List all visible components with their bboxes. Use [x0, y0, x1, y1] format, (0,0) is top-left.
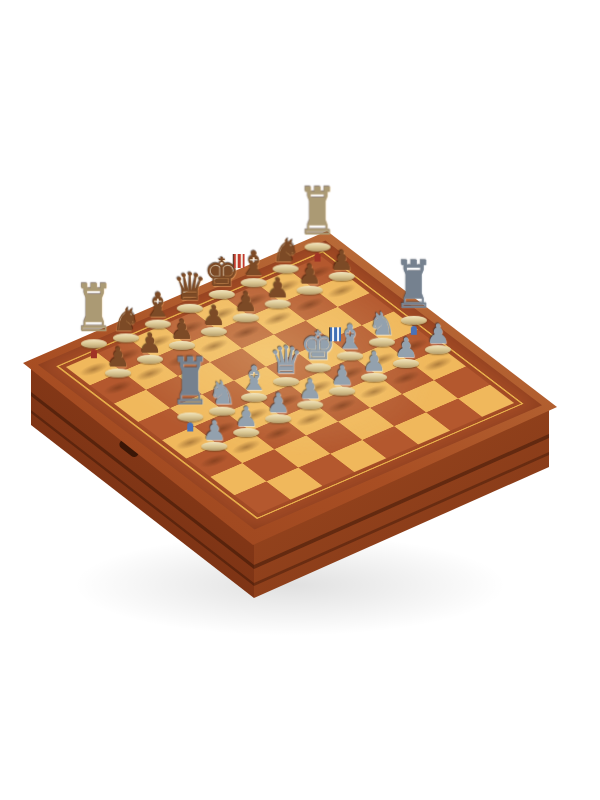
piece-shadow: [227, 323, 264, 342]
piece-shadow: [235, 291, 272, 310]
silver-rook-icon: ♜: [170, 348, 210, 414]
bronze-pawn-icon: ♟: [290, 261, 330, 288]
piece-pedestal: [201, 327, 227, 336]
piece-pedestal: [305, 243, 331, 252]
piece-pedestal: [329, 272, 355, 281]
piece-pedestal: [393, 359, 419, 368]
piece-shadow: [420, 355, 457, 374]
square-h7: [314, 275, 370, 307]
rook-tower-door: [411, 326, 417, 335]
piece-figurine: ♟: [98, 344, 138, 388]
piece-figurine: ♟: [194, 302, 234, 346]
piece-pedestal: [177, 304, 203, 313]
piece-figurine: ♟: [322, 247, 362, 291]
piece-figurine: ♝: [234, 246, 274, 300]
piece-figurine: ♛: [170, 268, 210, 328]
piece-shadow: [323, 281, 360, 300]
bronze-pawn-icon: ♟: [258, 274, 298, 301]
bronze-pawn-icon: ♟: [226, 288, 266, 315]
pieces-layer: ♜♞♝♛♚♝♞♜♟♟♟♟♟♟♟♟♜♞♝♛♚♝♞♜♟♟♟♟♟♟♟♟: [38, 240, 542, 529]
piece-shadow: [259, 309, 296, 328]
silver-knight-icon: ♞: [362, 308, 402, 340]
piece-figurine: ♟: [194, 417, 234, 461]
piece-figurine: ♚: [202, 252, 242, 314]
board-top: ♜♞♝♛♚♝♞♜♟♟♟♟♟♟♟♟♜♞♝♛♚♝♞♜♟♟♟♟♟♟♟♟: [38, 240, 542, 529]
silver-pawn-icon: ♟: [194, 417, 234, 444]
square-d8: [162, 312, 218, 344]
piece-pedestal: [233, 313, 259, 322]
bronze-knight-icon: ♞: [106, 303, 146, 335]
piece-pedestal: [145, 320, 171, 329]
piece-pedestal: [425, 345, 451, 354]
piece-pedestal: [137, 355, 163, 364]
square-f8: [226, 284, 282, 316]
piece-figurine: ♜: [298, 201, 338, 273]
piece-shadow: [395, 336, 432, 355]
bronze-bishop-icon: ♝: [138, 288, 178, 322]
piece-shadow: [299, 263, 336, 282]
bronze-bishop-icon: ♝: [234, 246, 274, 280]
product-photo: ♜♞♝♛♚♝♞♜♟♟♟♟♟♟♟♟♜♞♝♛♚♝♞♜♟♟♟♟♟♟♟♟: [0, 0, 600, 800]
square-g7: [282, 289, 338, 321]
rook-tower-door: [315, 253, 321, 262]
bronze-king-icon: ♚: [202, 252, 242, 292]
piece-figurine: ♝: [138, 288, 178, 342]
piece-shadow: [267, 277, 304, 296]
rook-tower-door: [91, 349, 97, 358]
piece-pedestal: [241, 278, 267, 287]
square-h3: [410, 348, 466, 380]
square-h8: [290, 256, 346, 288]
piece-figurine: ♞: [266, 234, 306, 286]
board-scene: ♜♞♝♛♚♝♞♜♟♟♟♟♟♟♟♟♜♞♝♛♚♝♞♜♟♟♟♟♟♟♟♟: [110, 205, 470, 565]
rook-tower-door: [187, 422, 193, 431]
square-h6: [338, 293, 394, 325]
piece-pedestal: [401, 316, 427, 325]
piece-figurine: ♟: [258, 274, 298, 318]
king-banner: [329, 327, 341, 341]
silver-rook-icon: ♜: [394, 252, 434, 318]
square-e8: [194, 298, 250, 330]
piece-figurine: ♟: [290, 261, 330, 305]
bronze-knight-icon: ♞: [266, 234, 306, 266]
piece-figurine: ♟: [226, 288, 266, 332]
bronze-rook-icon: ♜: [74, 275, 114, 341]
piece-figurine: ♜: [394, 274, 434, 346]
bronze-pawn-icon: ♟: [98, 344, 138, 371]
bronze-queen-icon: ♛: [170, 268, 210, 306]
silver-pawn-icon: ♟: [418, 320, 458, 347]
square-h4: [386, 330, 442, 362]
piece-pedestal: [297, 286, 323, 295]
bronze-pawn-icon: ♟: [162, 316, 202, 343]
bronze-rook-icon: ♜: [298, 179, 338, 245]
bronze-pawn-icon: ♟: [322, 247, 362, 274]
square-h5: [362, 311, 418, 343]
piece-figurine: ♟: [418, 320, 458, 364]
king-banner: [233, 254, 245, 268]
square-g8: [258, 270, 314, 302]
piece-shadow: [171, 318, 208, 337]
bronze-pawn-icon: ♟: [194, 302, 234, 329]
piece-shadow: [291, 295, 328, 314]
piece-shadow: [203, 304, 240, 323]
piece-pedestal: [273, 264, 299, 273]
piece-pedestal: [265, 299, 291, 308]
piece-pedestal: [209, 290, 235, 299]
